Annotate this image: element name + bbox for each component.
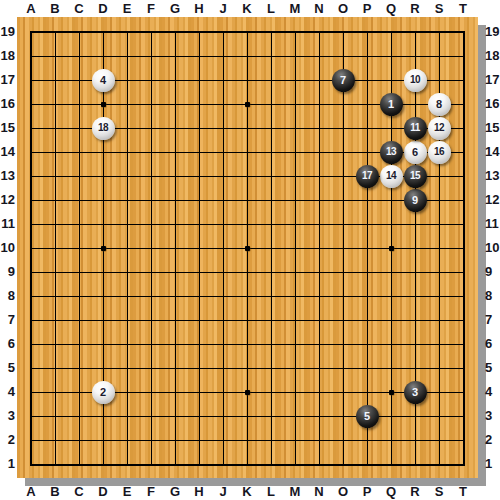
row-label: 12 — [485, 188, 500, 212]
row-labels-right: 19181716151413121110987654321 — [485, 20, 500, 476]
column-label: Q — [379, 483, 403, 500]
column-label: J — [211, 483, 235, 500]
column-label: G — [163, 0, 187, 17]
stone-white-12[interactable]: 12 — [428, 117, 451, 140]
column-label: N — [307, 0, 331, 17]
column-label: N — [307, 483, 331, 500]
row-label: 15 — [485, 116, 500, 140]
stone-black-15[interactable]: 15 — [404, 165, 427, 188]
stone-white-18[interactable]: 18 — [92, 117, 115, 140]
column-label: C — [67, 483, 91, 500]
column-label: M — [283, 0, 307, 17]
stone-white-16[interactable]: 16 — [428, 141, 451, 164]
row-label: 18 — [0, 44, 15, 68]
row-label: 8 — [485, 284, 500, 308]
row-labels-left: 19181716151413121110987654321 — [0, 20, 15, 476]
stone-black-9[interactable]: 9 — [404, 189, 427, 212]
row-label: 11 — [0, 212, 15, 236]
stones-grid: 123456789101112131415161718 — [19, 20, 475, 476]
row-label: 3 — [0, 404, 15, 428]
column-label: K — [235, 0, 259, 17]
row-label: 13 — [485, 164, 500, 188]
row-label: 17 — [485, 68, 500, 92]
column-label: B — [43, 0, 67, 17]
row-label: 5 — [485, 356, 500, 380]
row-label: 16 — [0, 92, 15, 116]
row-label: 4 — [485, 380, 500, 404]
row-label: 10 — [485, 236, 500, 260]
column-label: E — [115, 0, 139, 17]
row-label: 7 — [485, 308, 500, 332]
column-labels-top: ABCDEFGHJKLMNOPQRST — [19, 0, 475, 16]
stone-black-5[interactable]: 5 — [356, 405, 379, 428]
column-label: K — [235, 483, 259, 500]
row-label: 5 — [0, 356, 15, 380]
row-label: 2 — [485, 428, 500, 452]
row-label: 19 — [0, 20, 15, 44]
column-label: B — [43, 483, 67, 500]
column-label: P — [355, 0, 379, 17]
stone-white-10[interactable]: 10 — [404, 69, 427, 92]
column-label: J — [211, 0, 235, 17]
column-label: L — [259, 483, 283, 500]
row-label: 14 — [0, 140, 15, 164]
row-label: 14 — [485, 140, 500, 164]
row-label: 3 — [485, 404, 500, 428]
column-labels-bottom: ABCDEFGHJKLMNOPQRST — [19, 483, 475, 499]
row-label: 6 — [0, 332, 15, 356]
column-label: R — [403, 0, 427, 17]
row-label: 16 — [485, 92, 500, 116]
row-label: 19 — [485, 20, 500, 44]
row-label: 6 — [485, 332, 500, 356]
row-label: 11 — [485, 212, 500, 236]
row-label: 18 — [485, 44, 500, 68]
row-label: 13 — [0, 164, 15, 188]
stone-black-17[interactable]: 17 — [356, 165, 379, 188]
column-label: S — [427, 0, 451, 17]
column-label: T — [451, 0, 475, 17]
column-label: S — [427, 483, 451, 500]
row-label: 1 — [0, 452, 15, 476]
row-label: 8 — [0, 284, 15, 308]
column-label: R — [403, 483, 427, 500]
row-label: 12 — [0, 188, 15, 212]
row-label: 9 — [485, 260, 500, 284]
column-label: F — [139, 0, 163, 17]
stone-black-1[interactable]: 1 — [380, 93, 403, 116]
stone-white-6[interactable]: 6 — [404, 141, 427, 164]
row-label: 7 — [0, 308, 15, 332]
column-label: O — [331, 483, 355, 500]
column-label: C — [67, 0, 91, 17]
column-label: Q — [379, 0, 403, 17]
goban[interactable]: 123456789101112131415161718 — [17, 17, 478, 478]
column-label: M — [283, 483, 307, 500]
stone-white-8[interactable]: 8 — [428, 93, 451, 116]
row-label: 17 — [0, 68, 15, 92]
stone-black-11[interactable]: 11 — [404, 117, 427, 140]
stone-white-2[interactable]: 2 — [92, 381, 115, 404]
column-label: A — [19, 0, 43, 17]
column-label: D — [91, 483, 115, 500]
row-label: 10 — [0, 236, 15, 260]
stone-white-4[interactable]: 4 — [92, 69, 115, 92]
column-label: T — [451, 483, 475, 500]
row-label: 9 — [0, 260, 15, 284]
column-label: D — [91, 0, 115, 17]
column-label: O — [331, 0, 355, 17]
column-label: H — [187, 483, 211, 500]
stone-black-13[interactable]: 13 — [380, 141, 403, 164]
go-board-diagram: ABCDEFGHJKLMNOPQRST ABCDEFGHJKLMNOPQRST … — [0, 0, 500, 500]
column-label: F — [139, 483, 163, 500]
column-label: P — [355, 483, 379, 500]
stone-white-14[interactable]: 14 — [380, 165, 403, 188]
column-label: A — [19, 483, 43, 500]
column-label: L — [259, 0, 283, 17]
row-label: 2 — [0, 428, 15, 452]
column-label: H — [187, 0, 211, 17]
column-label: G — [163, 483, 187, 500]
row-label: 15 — [0, 116, 15, 140]
stone-black-7[interactable]: 7 — [332, 69, 355, 92]
stone-black-3[interactable]: 3 — [404, 381, 427, 404]
row-label: 4 — [0, 380, 15, 404]
column-label: E — [115, 483, 139, 500]
row-label: 1 — [485, 452, 500, 476]
